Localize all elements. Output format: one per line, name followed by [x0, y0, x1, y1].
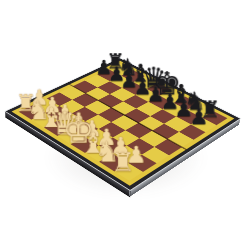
white-rook: ♜: [3, 92, 48, 115]
black-rook: ♜: [95, 51, 135, 72]
chess-board: ♜♞♝♛♚♝♞♜♟♟♟♟♟♟♟♟♟♟♟♟♟♟♟♟♜♞♝♛♚♝♞♜: [4, 58, 241, 191]
white-knight: ♞: [15, 97, 61, 123]
square-h4: [154, 139, 182, 155]
board-sheet: ♜♞♝♛♚♝♞♜♟♟♟♟♟♟♟♟♟♟♟♟♟♟♟♟♜♞♝♛♚♝♞♜: [12, 61, 235, 186]
square-b2: ♟: [45, 106, 71, 120]
perspective-scene: ♜♞♝♛♚♝♞♜♟♟♟♟♟♟♟♟♟♟♟♟♟♟♟♟♜♞♝♛♚♝♞♜: [0, 0, 250, 250]
product-photo: ♜♞♝♛♚♝♞♜♟♟♟♟♟♟♟♟♟♟♟♟♟♟♟♟♜♞♝♛♚♝♞♜: [0, 0, 250, 250]
square-a2: ♟: [33, 99, 59, 113]
square-g8: ♞: [187, 103, 212, 117]
board-grid: ♜♞♝♛♚♝♞♜♟♟♟♟♟♟♟♟♟♟♟♟♟♟♟♟♜♞♝♛♚♝♞♜: [19, 64, 228, 181]
photo-rotation-wrapper: ♜♞♝♛♚♝♞♜♟♟♟♟♟♟♟♟♟♟♟♟♟♟♟♟♜♞♝♛♚♝♞♜: [0, 0, 250, 250]
square-e2: ♟: [85, 129, 113, 145]
